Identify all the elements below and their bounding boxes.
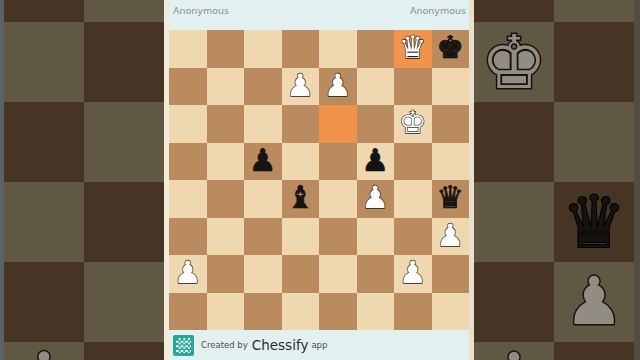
square-a6[interactable] [169,105,207,143]
chessify-logo-pattern [176,338,191,353]
white-pawn-a2[interactable]: ♟ [174,257,202,288]
square-a1[interactable] [169,293,207,331]
square-d7[interactable]: ♟ [282,68,320,106]
square-f4[interactable]: ♟ [357,180,395,218]
square-g2[interactable]: ♟ [394,255,432,293]
square-e6[interactable] [319,105,357,143]
square-d5[interactable] [282,143,320,181]
square-a7[interactable] [169,68,207,106]
chessify-logo-icon [173,335,194,356]
square-b7[interactable] [207,68,245,106]
square-h3[interactable]: ♟ [432,218,470,256]
square-f6[interactable] [357,105,395,143]
square-f7[interactable] [357,68,395,106]
square-e2[interactable] [319,255,357,293]
square-d4[interactable]: ♝ [282,180,320,218]
square-g7[interactable] [394,68,432,106]
square-b4[interactable] [207,180,245,218]
square-g4[interactable] [394,180,432,218]
background-right-board: ♚ ♛ ♟ ♟ [474,0,634,360]
square-e8[interactable] [319,30,357,68]
background-white-king-icon: ♚ [474,22,554,102]
square-c2[interactable] [244,255,282,293]
square-c5[interactable]: ♟ [244,143,282,181]
black-pawn-c5[interactable]: ♟ [249,145,277,176]
square-f3[interactable] [357,218,395,256]
white-pawn-g2[interactable]: ♟ [399,257,427,288]
white-pawn-f4[interactable]: ♟ [361,182,389,213]
right-edge-bar [634,0,640,360]
square-a5[interactable] [169,143,207,181]
screenshot-root: ♟ Anonymous Anonymous ♛♚♟♟♚♟♟♝♟♛♟♟♟ Crea… [0,0,640,360]
square-e1[interactable] [319,293,357,331]
square-c3[interactable] [244,218,282,256]
chessify-brand-label: Chessify [252,337,309,353]
white-pawn-e7[interactable]: ♟ [324,70,352,101]
square-b3[interactable] [207,218,245,256]
background-partial-pawn-icon: ♟ [474,338,554,360]
square-d1[interactable] [282,293,320,331]
square-c8[interactable] [244,30,282,68]
square-e5[interactable] [319,143,357,181]
background-white-pawn-icon: ♟ [554,262,634,342]
square-e7[interactable]: ♟ [319,68,357,106]
center-panel: Anonymous Anonymous ♛♚♟♟♚♟♟♝♟♛♟♟♟ Create… [169,0,469,360]
square-d6[interactable] [282,105,320,143]
square-b6[interactable] [207,105,245,143]
square-h5[interactable] [432,143,470,181]
background-partial-pawn-icon: ♟ [4,338,84,360]
player-bar: Anonymous Anonymous [169,0,469,30]
square-e4[interactable] [319,180,357,218]
black-queen-h4[interactable]: ♛ [436,182,464,213]
footer-bar: Created by Chessify app [169,330,469,360]
square-h8[interactable]: ♚ [432,30,470,68]
square-h1[interactable] [432,293,470,331]
chess-board[interactable]: ♛♚♟♟♚♟♟♝♟♛♟♟♟ [169,30,469,330]
square-a8[interactable] [169,30,207,68]
square-g8[interactable]: ♛ [394,30,432,68]
square-f8[interactable] [357,30,395,68]
square-g5[interactable] [394,143,432,181]
background-left-board: ♟ [4,0,164,360]
square-e3[interactable] [319,218,357,256]
white-pawn-h3[interactable]: ♟ [436,220,464,251]
square-d2[interactable] [282,255,320,293]
black-bishop-d4[interactable]: ♝ [286,182,314,213]
square-h2[interactable] [432,255,470,293]
white-king-g6[interactable]: ♚ [399,107,427,138]
square-b5[interactable] [207,143,245,181]
square-b2[interactable] [207,255,245,293]
square-c1[interactable] [244,293,282,331]
square-d8[interactable] [282,30,320,68]
square-a3[interactable] [169,218,207,256]
square-g1[interactable] [394,293,432,331]
created-by-label: Created by [201,340,248,350]
square-f2[interactable] [357,255,395,293]
player-name-left: Anonymous [173,5,229,30]
app-suffix-label: app [311,340,327,350]
square-b8[interactable] [207,30,245,68]
player-name-right: Anonymous [410,5,466,30]
square-f5[interactable]: ♟ [357,143,395,181]
square-h4[interactable]: ♛ [432,180,470,218]
black-king-h8[interactable]: ♚ [436,32,464,63]
square-c6[interactable] [244,105,282,143]
square-h6[interactable] [432,105,470,143]
square-b1[interactable] [207,293,245,331]
square-a4[interactable] [169,180,207,218]
white-queen-g8[interactable]: ♛ [399,32,427,63]
square-h7[interactable] [432,68,470,106]
background-black-queen-icon: ♛ [554,182,634,262]
square-f1[interactable] [357,293,395,331]
white-pawn-d7[interactable]: ♟ [286,70,314,101]
black-pawn-f5[interactable]: ♟ [361,145,389,176]
square-g6[interactable]: ♚ [394,105,432,143]
square-a2[interactable]: ♟ [169,255,207,293]
square-c7[interactable] [244,68,282,106]
square-c4[interactable] [244,180,282,218]
square-g3[interactable] [394,218,432,256]
square-d3[interactable] [282,218,320,256]
